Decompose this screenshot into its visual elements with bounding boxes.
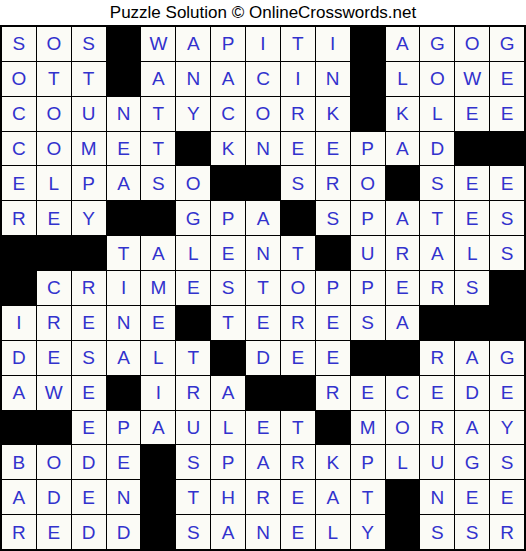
letter-cell: S	[72, 341, 106, 375]
letter-cell: D	[107, 515, 141, 549]
letter-cell: T	[37, 62, 71, 96]
page-title: Puzzle Solution © OnlineCrosswords.net	[0, 0, 526, 25]
letter-cell: S	[2, 27, 36, 61]
letter-cell: R	[72, 271, 106, 305]
block-cell	[351, 27, 385, 61]
block-cell	[316, 411, 350, 445]
letter-cell: E	[420, 376, 454, 410]
letter-cell: S	[490, 445, 524, 479]
letter-cell: R	[2, 201, 36, 235]
block-cell	[141, 201, 175, 235]
letter-cell: Y	[176, 97, 210, 131]
letter-cell: A	[316, 480, 350, 514]
letter-cell: E	[316, 341, 350, 375]
letter-cell: O	[37, 97, 71, 131]
letter-cell: S	[455, 271, 489, 305]
letter-cell: G	[420, 27, 454, 61]
letter-cell: L	[316, 515, 350, 549]
block-cell	[351, 341, 385, 375]
letter-cell: S	[455, 515, 489, 549]
crossword-grid: SOSWAPITIAGOGOTTANACINLOWECOUNTYCORKKLEE…	[0, 25, 526, 551]
letter-cell: S	[420, 515, 454, 549]
letter-cell: N	[316, 62, 350, 96]
letter-cell: D	[72, 445, 106, 479]
letter-cell: L	[455, 236, 489, 270]
letter-cell: N	[246, 515, 280, 549]
letter-cell: O	[351, 166, 385, 200]
block-cell	[455, 132, 489, 166]
block-cell	[386, 515, 420, 549]
block-cell	[420, 306, 454, 340]
letter-cell: A	[420, 236, 454, 270]
letter-cell: M	[72, 132, 106, 166]
block-cell	[141, 445, 175, 479]
letter-cell: N	[246, 132, 280, 166]
letter-cell: A	[176, 27, 210, 61]
letter-cell: C	[386, 376, 420, 410]
letter-cell: A	[2, 376, 36, 410]
letter-cell: E	[211, 236, 245, 270]
letter-cell: A	[107, 341, 141, 375]
block-cell	[107, 27, 141, 61]
letter-cell: R	[246, 480, 280, 514]
block-cell	[107, 62, 141, 96]
letter-cell: P	[351, 271, 385, 305]
block-cell	[176, 306, 210, 340]
letter-cell: R	[281, 306, 315, 340]
letter-cell: T	[281, 411, 315, 445]
letter-cell: N	[246, 236, 280, 270]
letter-cell: E	[490, 166, 524, 200]
letter-cell: D	[246, 341, 280, 375]
letter-cell: U	[351, 236, 385, 270]
letter-cell: E	[176, 271, 210, 305]
letter-cell: R	[420, 271, 454, 305]
letter-cell: I	[246, 27, 280, 61]
letter-cell: A	[386, 306, 420, 340]
letter-cell: P	[211, 445, 245, 479]
letter-cell: O	[420, 62, 454, 96]
letter-cell: K	[316, 445, 350, 479]
letter-cell: E	[490, 97, 524, 131]
letter-cell: D	[455, 376, 489, 410]
letter-cell: E	[455, 201, 489, 235]
letter-cell: R	[490, 515, 524, 549]
letter-cell: E	[246, 411, 280, 445]
letter-cell: T	[141, 132, 175, 166]
letter-cell: O	[455, 27, 489, 61]
letter-cell: G	[455, 445, 489, 479]
letter-cell: S	[281, 166, 315, 200]
letter-cell: T	[72, 62, 106, 96]
letter-cell: E	[455, 97, 489, 131]
letter-cell: H	[211, 480, 245, 514]
letter-cell: E	[37, 201, 71, 235]
letter-cell: A	[455, 341, 489, 375]
letter-cell: E	[386, 271, 420, 305]
letter-cell: T	[176, 341, 210, 375]
letter-cell: C	[2, 97, 36, 131]
letter-cell: S	[490, 201, 524, 235]
letter-cell: R	[420, 341, 454, 375]
block-cell	[211, 341, 245, 375]
letter-cell: A	[141, 236, 175, 270]
letter-cell: R	[281, 445, 315, 479]
letter-cell: T	[281, 236, 315, 270]
letter-cell: O	[37, 27, 71, 61]
letter-cell: E	[281, 515, 315, 549]
letter-cell: E	[72, 411, 106, 445]
letter-cell: E	[316, 306, 350, 340]
block-cell	[351, 97, 385, 131]
letter-cell: A	[455, 411, 489, 445]
letter-cell: O	[2, 62, 36, 96]
letter-cell: E	[455, 480, 489, 514]
letter-cell: T	[107, 236, 141, 270]
letter-cell: A	[386, 132, 420, 166]
block-cell	[490, 306, 524, 340]
block-cell	[2, 411, 36, 445]
letter-cell: E	[490, 376, 524, 410]
letter-cell: T	[176, 480, 210, 514]
letter-cell: K	[316, 97, 350, 131]
letter-cell: I	[316, 27, 350, 61]
letter-cell: P	[351, 132, 385, 166]
letter-cell: T	[420, 201, 454, 235]
letter-cell: U	[420, 445, 454, 479]
letter-cell: M	[141, 271, 175, 305]
letter-cell: M	[351, 411, 385, 445]
letter-cell: A	[246, 445, 280, 479]
letter-cell: S	[176, 515, 210, 549]
letter-cell: L	[37, 166, 71, 200]
block-cell	[72, 236, 106, 270]
letter-cell: P	[211, 201, 245, 235]
letter-cell: T	[141, 97, 175, 131]
letter-cell: T	[351, 480, 385, 514]
letter-cell: R	[281, 97, 315, 131]
letter-cell: N	[107, 97, 141, 131]
letter-cell: E	[141, 306, 175, 340]
letter-cell: Y	[351, 515, 385, 549]
letter-cell: E	[455, 166, 489, 200]
letter-cell: W	[455, 62, 489, 96]
letter-cell: N	[107, 306, 141, 340]
block-cell	[246, 376, 280, 410]
letter-cell: E	[72, 306, 106, 340]
letter-cell: A	[211, 515, 245, 549]
letter-cell: P	[316, 271, 350, 305]
block-cell	[37, 236, 71, 270]
letter-cell: R	[176, 376, 210, 410]
letter-cell: E	[37, 341, 71, 375]
block-cell	[386, 341, 420, 375]
letter-cell: P	[107, 411, 141, 445]
letter-cell: E	[2, 166, 36, 200]
letter-cell: R	[37, 306, 71, 340]
letter-cell: E	[351, 376, 385, 410]
letter-cell: E	[316, 132, 350, 166]
letter-cell: N	[420, 480, 454, 514]
letter-cell: O	[386, 411, 420, 445]
letter-cell: S	[490, 236, 524, 270]
block-cell	[246, 166, 280, 200]
letter-cell: T	[281, 27, 315, 61]
block-cell	[386, 166, 420, 200]
letter-cell: K	[211, 132, 245, 166]
block-cell	[141, 480, 175, 514]
letter-cell: O	[37, 445, 71, 479]
letter-cell: R	[386, 236, 420, 270]
letter-cell: E	[490, 480, 524, 514]
letter-cell: G	[490, 341, 524, 375]
block-cell	[107, 376, 141, 410]
block-cell	[490, 132, 524, 166]
letter-cell: I	[141, 376, 175, 410]
letter-cell: B	[2, 445, 36, 479]
letter-cell: Y	[72, 201, 106, 235]
letter-cell: L	[176, 236, 210, 270]
letter-cell: E	[490, 62, 524, 96]
letter-cell: G	[176, 201, 210, 235]
letter-cell: W	[37, 376, 71, 410]
letter-cell: O	[37, 132, 71, 166]
letter-cell: C	[211, 97, 245, 131]
letter-cell: S	[420, 166, 454, 200]
letter-cell: U	[176, 411, 210, 445]
letter-cell: P	[72, 166, 106, 200]
letter-cell: R	[316, 376, 350, 410]
letter-cell: S	[176, 445, 210, 479]
block-cell	[386, 480, 420, 514]
letter-cell: A	[141, 62, 175, 96]
block-cell	[141, 515, 175, 549]
letter-cell: R	[2, 515, 36, 549]
letter-cell: U	[72, 97, 106, 131]
letter-cell: A	[2, 480, 36, 514]
letter-cell: E	[281, 341, 315, 375]
block-cell	[37, 411, 71, 445]
letter-cell: S	[211, 271, 245, 305]
block-cell	[455, 306, 489, 340]
letter-cell: S	[72, 27, 106, 61]
letter-cell: D	[2, 341, 36, 375]
letter-cell: A	[211, 62, 245, 96]
letter-cell: W	[141, 27, 175, 61]
letter-cell: I	[2, 306, 36, 340]
letter-cell: I	[107, 271, 141, 305]
block-cell	[281, 376, 315, 410]
letter-cell: O	[176, 166, 210, 200]
letter-cell: L	[141, 341, 175, 375]
letter-cell: D	[420, 132, 454, 166]
letter-cell: Y	[490, 411, 524, 445]
letter-cell: S	[141, 166, 175, 200]
block-cell	[281, 201, 315, 235]
letter-cell: P	[351, 445, 385, 479]
letter-cell: A	[386, 201, 420, 235]
letter-cell: A	[107, 166, 141, 200]
block-cell	[2, 271, 36, 305]
letter-cell: P	[211, 27, 245, 61]
letter-cell: E	[281, 132, 315, 166]
letter-cell: L	[386, 445, 420, 479]
block-cell	[351, 62, 385, 96]
letter-cell: D	[37, 480, 71, 514]
letter-cell: E	[107, 132, 141, 166]
letter-cell: A	[211, 376, 245, 410]
letter-cell: K	[386, 97, 420, 131]
letter-cell: L	[211, 411, 245, 445]
letter-cell: R	[420, 411, 454, 445]
letter-cell: L	[386, 62, 420, 96]
letter-cell: I	[281, 62, 315, 96]
letter-cell: E	[37, 515, 71, 549]
letter-cell: A	[246, 201, 280, 235]
letter-cell: N	[176, 62, 210, 96]
letter-cell: N	[107, 480, 141, 514]
letter-cell: C	[246, 62, 280, 96]
letter-cell: C	[37, 271, 71, 305]
letter-cell: A	[386, 27, 420, 61]
letter-cell: L	[420, 97, 454, 131]
letter-cell: S	[351, 306, 385, 340]
letter-cell: R	[316, 166, 350, 200]
letter-cell: O	[281, 271, 315, 305]
letter-cell: T	[246, 271, 280, 305]
letter-cell: E	[72, 376, 106, 410]
letter-cell: O	[246, 97, 280, 131]
block-cell	[316, 236, 350, 270]
letter-cell: G	[490, 27, 524, 61]
letter-cell: A	[141, 411, 175, 445]
letter-cell: S	[316, 201, 350, 235]
block-cell	[490, 271, 524, 305]
letter-cell: E	[107, 445, 141, 479]
letter-cell: P	[351, 201, 385, 235]
letter-cell: D	[72, 515, 106, 549]
letter-cell: C	[2, 132, 36, 166]
block-cell	[176, 132, 210, 166]
letter-cell: E	[281, 480, 315, 514]
letter-cell: E	[72, 480, 106, 514]
block-cell	[211, 166, 245, 200]
letter-cell: E	[246, 306, 280, 340]
letter-cell: T	[211, 306, 245, 340]
block-cell	[107, 201, 141, 235]
block-cell	[2, 236, 36, 270]
